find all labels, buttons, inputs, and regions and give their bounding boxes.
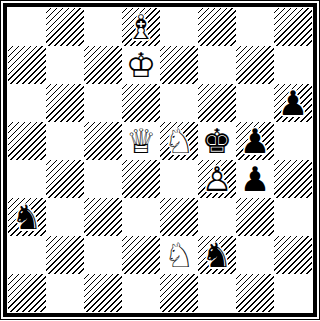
chess-board: ♝♗♚♔♟♟♛♕♞♘♚♚♟♟♟♙♟♟♞♞♞♘♞♞ bbox=[8, 8, 312, 312]
white-knight-backing: ♞ bbox=[160, 122, 198, 160]
square-h6[interactable]: ♟♟ bbox=[274, 84, 312, 122]
square-g7[interactable] bbox=[236, 46, 274, 84]
square-c2[interactable] bbox=[84, 236, 122, 274]
board-outer-border: ♝♗♚♔♟♟♛♕♞♘♚♚♟♟♟♙♟♟♞♞♞♘♞♞ bbox=[0, 0, 320, 320]
square-d2[interactable] bbox=[122, 236, 160, 274]
square-c5[interactable] bbox=[84, 122, 122, 160]
black-knight[interactable]: ♞ bbox=[8, 198, 46, 236]
square-b5[interactable] bbox=[46, 122, 84, 160]
white-pawn-backing: ♟ bbox=[198, 160, 236, 198]
black-pawn[interactable]: ♟ bbox=[274, 84, 312, 122]
black-king-backing: ♚ bbox=[198, 122, 236, 160]
square-e8[interactable] bbox=[160, 8, 198, 46]
square-a6[interactable] bbox=[8, 84, 46, 122]
square-f5[interactable]: ♚♚ bbox=[198, 122, 236, 160]
square-h8[interactable] bbox=[274, 8, 312, 46]
square-a1[interactable] bbox=[8, 274, 46, 312]
square-c1[interactable] bbox=[84, 274, 122, 312]
square-b1[interactable] bbox=[46, 274, 84, 312]
square-f4[interactable]: ♟♙ bbox=[198, 160, 236, 198]
square-c3[interactable] bbox=[84, 198, 122, 236]
square-d5[interactable]: ♛♕ bbox=[122, 122, 160, 160]
square-b7[interactable] bbox=[46, 46, 84, 84]
square-f8[interactable] bbox=[198, 8, 236, 46]
white-bishop-backing: ♝ bbox=[122, 8, 160, 46]
square-h3[interactable] bbox=[274, 198, 312, 236]
square-d6[interactable] bbox=[122, 84, 160, 122]
square-g1[interactable] bbox=[236, 274, 274, 312]
square-g2[interactable] bbox=[236, 236, 274, 274]
black-knight-backing: ♞ bbox=[8, 198, 46, 236]
square-b6[interactable] bbox=[46, 84, 84, 122]
square-b8[interactable] bbox=[46, 8, 84, 46]
square-e1[interactable] bbox=[160, 274, 198, 312]
black-knight-backing: ♞ bbox=[198, 236, 236, 274]
square-a2[interactable] bbox=[8, 236, 46, 274]
square-g6[interactable] bbox=[236, 84, 274, 122]
square-b3[interactable] bbox=[46, 198, 84, 236]
square-a3[interactable]: ♞♞ bbox=[8, 198, 46, 236]
black-pawn-backing: ♟ bbox=[236, 122, 274, 160]
square-g3[interactable] bbox=[236, 198, 274, 236]
white-knight[interactable]: ♘ bbox=[160, 236, 198, 274]
square-c7[interactable] bbox=[84, 46, 122, 84]
square-h1[interactable] bbox=[274, 274, 312, 312]
square-c8[interactable] bbox=[84, 8, 122, 46]
square-c4[interactable] bbox=[84, 160, 122, 198]
square-e6[interactable] bbox=[160, 84, 198, 122]
white-king[interactable]: ♔ bbox=[122, 46, 160, 84]
square-a8[interactable] bbox=[8, 8, 46, 46]
white-queen-backing: ♛ bbox=[122, 122, 160, 160]
square-g5[interactable]: ♟♟ bbox=[236, 122, 274, 160]
board-inner-border: ♝♗♚♔♟♟♛♕♞♘♚♚♟♟♟♙♟♟♞♞♞♘♞♞ bbox=[3, 3, 317, 317]
square-b4[interactable] bbox=[46, 160, 84, 198]
black-king[interactable]: ♚ bbox=[198, 122, 236, 160]
square-a7[interactable] bbox=[8, 46, 46, 84]
black-pawn-backing: ♟ bbox=[236, 160, 274, 198]
square-d1[interactable] bbox=[122, 274, 160, 312]
square-c6[interactable] bbox=[84, 84, 122, 122]
square-h2[interactable] bbox=[274, 236, 312, 274]
chess-diagram: ♝♗♚♔♟♟♛♕♞♘♚♚♟♟♟♙♟♟♞♞♞♘♞♞ bbox=[0, 0, 320, 320]
square-h7[interactable] bbox=[274, 46, 312, 84]
square-e4[interactable] bbox=[160, 160, 198, 198]
square-d8[interactable]: ♝♗ bbox=[122, 8, 160, 46]
black-pawn-backing: ♟ bbox=[274, 84, 312, 122]
square-e5[interactable]: ♞♘ bbox=[160, 122, 198, 160]
square-a5[interactable] bbox=[8, 122, 46, 160]
white-pawn[interactable]: ♙ bbox=[198, 160, 236, 198]
square-g4[interactable]: ♟♟ bbox=[236, 160, 274, 198]
black-knight[interactable]: ♞ bbox=[198, 236, 236, 274]
black-pawn[interactable]: ♟ bbox=[236, 160, 274, 198]
square-f2[interactable]: ♞♞ bbox=[198, 236, 236, 274]
square-f6[interactable] bbox=[198, 84, 236, 122]
square-f1[interactable] bbox=[198, 274, 236, 312]
square-g8[interactable] bbox=[236, 8, 274, 46]
square-d4[interactable] bbox=[122, 160, 160, 198]
square-b2[interactable] bbox=[46, 236, 84, 274]
square-e2[interactable]: ♞♘ bbox=[160, 236, 198, 274]
square-e7[interactable] bbox=[160, 46, 198, 84]
square-e3[interactable] bbox=[160, 198, 198, 236]
white-king-backing: ♚ bbox=[122, 46, 160, 84]
white-knight-backing: ♞ bbox=[160, 236, 198, 274]
white-queen[interactable]: ♕ bbox=[122, 122, 160, 160]
square-h5[interactable] bbox=[274, 122, 312, 160]
square-h4[interactable] bbox=[274, 160, 312, 198]
black-pawn[interactable]: ♟ bbox=[236, 122, 274, 160]
square-d3[interactable] bbox=[122, 198, 160, 236]
square-f7[interactable] bbox=[198, 46, 236, 84]
white-knight[interactable]: ♘ bbox=[160, 122, 198, 160]
square-a4[interactable] bbox=[8, 160, 46, 198]
white-bishop[interactable]: ♗ bbox=[122, 8, 160, 46]
square-f3[interactable] bbox=[198, 198, 236, 236]
square-d7[interactable]: ♚♔ bbox=[122, 46, 160, 84]
